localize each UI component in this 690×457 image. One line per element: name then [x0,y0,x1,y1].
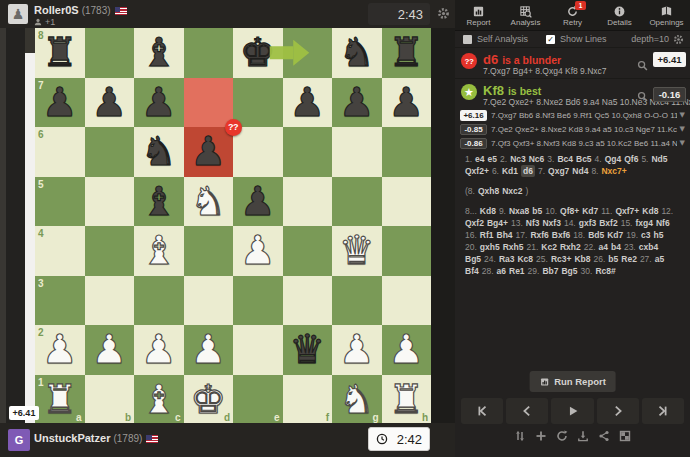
us-flag-icon [115,7,127,15]
piece-white-knight[interactable]: ♞ [184,177,234,227]
engine-line-moves: 7.Qf3 Qxf3+ 8.Nxf3 Kd8 9.c3 a5 10.Kc2 Be… [491,139,677,148]
piece-black-pawn[interactable]: ♟ [332,78,382,128]
blunder-refutation-line: 7.Qxg7 Bg4+ 8.Qxg4 Kf8 9.Nxc7 [483,66,607,76]
move-navigation [461,398,684,424]
move-token: 19. [626,229,638,241]
piece-white-king[interactable]: ♚ [184,375,234,425]
top-player-bar: ♟ Roller0S(1783) +1 2:43 [0,0,455,28]
panel-tab-bar: Report Analysis 1 Retry Details [455,0,690,31]
move-token[interactable]: Rf1 [480,229,494,241]
rank-label: 5 [38,179,44,190]
move-token[interactable]: Nxc2 [502,185,522,197]
square-f7[interactable]: ♟ [283,78,333,128]
best-move: Kf8 [483,83,504,98]
square-a6[interactable]: 6 [35,127,85,177]
square-e3[interactable] [233,276,283,326]
square-a4[interactable]: 4 [35,226,85,276]
square-b8[interactable] [85,28,135,78]
chess-analysis-app: ♟ Roller0S(1783) +1 2:43 [0,0,690,457]
move-token[interactable]: Bg5 [561,265,577,277]
piece-black-rook[interactable]: ♜ [382,28,432,78]
move-token: 30. [581,265,593,277]
piece-black-pawn[interactable]: ♟ [283,78,333,128]
piece-white-bishop[interactable]: ♝ [134,226,184,276]
move-token[interactable]: b5 [608,253,618,265]
square-d7[interactable] [184,78,234,128]
square-a3[interactable]: 3 [35,276,85,326]
bottom-player-name[interactable]: UnstuckPatzer(1789) [34,432,158,444]
skip-to-start-button[interactable] [461,398,503,424]
piece-black-rook[interactable]: ♜ [35,28,85,78]
move-token: 20. [465,241,477,253]
piece-black-bishop[interactable]: ♝ [134,28,184,78]
rank-label: 6 [38,129,44,140]
best-move-review-row[interactable]: ★ Kf8is best 7.Qe2 Qxe2+ 8.Nxe2 Bd6 9.a4… [455,78,690,109]
expand-caret-icon[interactable]: ▼ [680,125,685,133]
player-rating: (1789) [113,433,142,444]
bottom-player-clock: 2:42 [368,427,430,451]
move-token[interactable]: Nc3 [510,153,526,165]
square-e7[interactable] [233,78,283,128]
move-token: 22. [584,241,596,253]
square-b1[interactable]: b [85,375,135,425]
move-token[interactable]: a5 [655,253,664,265]
square-b3[interactable] [85,276,135,326]
move-token: 4. [595,153,602,165]
square-f5[interactable] [283,177,333,227]
square-f8[interactable] [283,28,333,78]
move-token: 1. [465,153,472,165]
analysis-options-row: Self Analysis ✓ Show Lines depth=10 [455,31,690,47]
square-f2[interactable]: ♛ [283,325,333,375]
move-token: 9. [499,205,506,217]
continuation-moves: 8...Kd89.Nxa8b510.Qf8+Kd711.Qxf7+Kd812.Q… [465,205,680,277]
file-label: f [326,412,329,423]
move-token[interactable]: Bxf6 [552,229,570,241]
move-token[interactable]: Bc5 [576,153,592,165]
square-h6[interactable] [382,127,432,177]
engine-line-row[interactable]: -0.86 7.Qf3 Qxf3+ 8.Nxf3 Kd8 9.c3 a5 10.… [455,136,690,150]
move-token[interactable]: b5 [532,205,542,217]
self-analysis-toggle[interactable]: Self Analysis [463,34,528,44]
board-panel-gap [431,28,455,423]
move-token[interactable]: Rxh5 [503,241,524,253]
file-label: b [125,412,131,423]
square-c5[interactable]: ♝ [134,177,184,227]
move-token[interactable]: Nxa8 [509,205,529,217]
square-d8[interactable] [184,28,234,78]
engine-lines: +6.16 7.Qxg7 Bb6 8.Nf3 Be6 9.Rf1 Qc5 10.… [455,108,690,150]
move-token[interactable]: Qxf2+ [465,165,489,177]
move-token[interactable]: cxb4 [639,241,658,253]
expand-caret-icon[interactable]: ▼ [680,111,685,119]
square-e5[interactable]: ♟ [233,177,283,227]
tab-details[interactable]: Details [596,0,643,30]
move-token: 15. [621,217,633,229]
piece-white-pawn[interactable]: ♟ [382,325,432,375]
move-token: 13. [511,217,523,229]
move-token: 24. [484,253,496,265]
square-d1[interactable]: d♚ [184,375,234,425]
move-token: 7. [538,165,545,177]
square-e8[interactable]: ♚ [233,28,283,78]
player-username[interactable]: UnstuckPatzer [34,432,110,444]
square-a2[interactable]: 2♟ [35,325,85,375]
move-token[interactable]: Qf8+ [560,205,579,217]
variation-moves: (8.Qxh8Nxc2) [465,185,680,197]
engine-line-row[interactable]: -0.85 7.Qe2 Qxe2+ 8.Nxe2 Kd8 9.a4 a5 10.… [455,122,690,136]
top-player-clock: 2:43 [368,3,430,25]
piece-black-pawn[interactable]: ♟ [35,78,85,128]
move-token: 14. [564,217,576,229]
square-h7[interactable]: ♟ [382,78,432,128]
move-token[interactable]: Kd7 [582,205,598,217]
piece-black-pawn[interactable]: ♟ [382,78,432,128]
move-token[interactable]: Qxh8 [478,185,499,197]
engine-eval-badge: -0.86 [460,138,487,149]
bottom-player-bar: G UnstuckPatzer(1789) 2:42 [0,423,455,457]
move-token[interactable]: Rxh2 [560,241,581,253]
square-g8[interactable]: ♞ [332,28,382,78]
piece-white-queen[interactable]: ♛ [332,226,382,276]
square-h3[interactable] [382,276,432,326]
move-token[interactable]: a6 [497,265,506,277]
move-token[interactable]: Re1 [509,265,525,277]
report-icon [472,4,485,17]
move-token: (8. [465,185,475,197]
move-token[interactable]: gxf3 [579,217,596,229]
checkbox-checked[interactable]: ✓ [546,35,555,44]
tab-label: Analysis [511,18,541,27]
board-tools [455,430,690,442]
add-plus-icon[interactable] [535,430,547,442]
engine-settings-gear-icon[interactable] [673,34,684,45]
piece-white-bishop[interactable]: ♝ [134,375,184,425]
blunder-annotation-badge: ?? [225,119,242,136]
square-d6[interactable]: ♟ [184,127,234,177]
move-token[interactable]: Ra3 [499,253,515,265]
square-c8[interactable]: ♝ [134,28,184,78]
move-token[interactable]: Bg4+ [487,217,508,229]
square-g3[interactable] [332,276,382,326]
bottom-player-avatar[interactable]: G [8,429,30,451]
move-token[interactable]: d6 [521,165,535,177]
move-token: ) [526,185,529,197]
move-token: 21. [526,241,538,253]
move-token[interactable]: Kc8 [517,253,533,265]
move-token: 26. [594,253,606,265]
move-token[interactable]: Nc6 [529,153,545,165]
square-f4[interactable] [283,226,333,276]
rating-delta-value: +1 [45,17,55,27]
square-h1[interactable]: h♜ [382,375,432,425]
piece-black-pawn[interactable]: ♟ [184,127,234,177]
move-token[interactable]: Qxf7+ [615,205,639,217]
top-player-avatar[interactable]: ♟ [8,4,28,24]
move-token[interactable]: Bb7 [542,265,558,277]
previous-move-button[interactable] [506,398,548,424]
piece-white-knight[interactable]: ♞ [332,375,382,425]
square-d4[interactable] [184,226,234,276]
reload-icon[interactable] [556,430,568,442]
piece-white-rook[interactable]: ♜ [35,375,85,425]
move-token: 17. [516,229,528,241]
square-a5[interactable]: 5 [35,177,85,227]
piece-black-pawn[interactable]: ♟ [85,78,135,128]
file-label: e [274,412,280,423]
tab-label: Openings [649,18,683,27]
square-d3[interactable] [184,276,234,326]
square-a7[interactable]: 7♟ [35,78,85,128]
move-token[interactable]: Kd7 [607,229,623,241]
tab-retry[interactable]: 1 Retry [549,0,596,30]
move-token[interactable]: Nxc7+ [601,165,626,177]
move-token: 3. [547,153,554,165]
square-g7[interactable]: ♟ [332,78,382,128]
flip-board-icon[interactable] [514,430,526,442]
info-icon [613,4,626,17]
rank-label: 4 [38,228,44,239]
piece-white-pawn[interactable]: ♟ [332,325,382,375]
piece-black-knight[interactable]: ♞ [332,28,382,78]
eval-badge: -0.16 [653,87,686,102]
square-b6[interactable] [85,127,135,177]
move-token: 8. [591,165,598,177]
clock-time: 2:42 [397,432,422,447]
square-f1[interactable]: f [283,375,333,425]
magnifier-icon[interactable] [637,88,648,106]
evaluation-value: +6.41 [9,406,39,420]
square-e4[interactable]: ♟ [233,226,283,276]
option-label: Show Lines [560,34,607,44]
next-move-button[interactable] [597,398,639,424]
analysis-panel: Report Analysis 1 Retry Details [455,0,690,457]
square-e6[interactable] [233,127,283,177]
piece-black-bishop[interactable]: ♝ [134,177,184,227]
move-token[interactable]: gxh5 [480,241,500,253]
move-token[interactable]: Kb8 [574,253,590,265]
player-rating: (1783) [82,5,111,16]
board-image-icon[interactable] [619,430,631,442]
move-token[interactable]: Qxg7 [548,165,569,177]
square-d5[interactable]: ♞ [184,177,234,227]
square-g1[interactable]: g♞ [332,375,382,425]
square-c3[interactable] [134,276,184,326]
move-token: 11. [601,205,612,217]
best-move-verdict: is best [508,85,541,97]
tab-label: Retry [563,18,582,27]
move-token[interactable]: Bh4 [497,229,513,241]
move-token[interactable]: fxg4 [635,217,652,229]
piece-white-rook[interactable]: ♜ [382,375,432,425]
show-lines-toggle[interactable]: ✓ Show Lines [546,34,607,44]
engine-eval-badge: +6.16 [460,110,487,121]
expand-caret-icon[interactable]: ▼ [680,139,685,147]
square-g2[interactable]: ♟ [332,325,382,375]
square-f3[interactable] [283,276,333,326]
move-token: 2. [500,153,507,165]
move-token[interactable]: e4 [475,153,484,165]
move-token[interactable]: Qg4 [605,153,622,165]
piece-black-knight[interactable]: ♞ [134,127,184,177]
move-token: 12. [661,205,673,217]
square-g5[interactable] [332,177,382,227]
tab-report[interactable]: Report [455,0,502,30]
move-token[interactable]: Kd8 [642,205,658,217]
square-b4[interactable] [85,226,135,276]
square-h8[interactable]: ♜ [382,28,432,78]
square-b2[interactable]: ♟ [85,325,135,375]
player-username[interactable]: Roller0S [34,4,79,16]
square-c6[interactable]: ♞ [134,127,184,177]
blunder-icon: ?? [461,53,477,69]
engine-line-row[interactable]: +6.16 7.Qxg7 Bb6 8.Nf3 Be6 9.Rf1 Qc5 10.… [455,108,690,122]
move-token[interactable]: Qxf2 [465,217,484,229]
move-token: 18. [573,229,585,241]
blunder-review-row[interactable]: ?? d6is a blunder 7.Qxg7 Bg4+ 8.Qxg4 Kf8… [455,47,690,78]
move-token[interactable]: Kd8 [480,205,496,217]
piece-black-king[interactable]: ♚ [233,28,283,78]
piece-white-pawn[interactable]: ♟ [134,325,184,375]
piece-white-pawn[interactable]: ♟ [184,325,234,375]
blunder-verdict: is a blunder [502,54,561,66]
tab-label: Details [607,18,631,27]
move-token[interactable]: b4 [611,241,621,253]
move-token[interactable]: Nd5 [651,153,667,165]
tab-openings[interactable]: Openings [643,0,690,30]
move-token[interactable]: Re2 [621,253,637,265]
pawn-avatar-icon: ♟ [12,6,25,22]
window-edge [0,28,6,423]
piece-white-pawn[interactable]: ♟ [35,325,85,375]
magnifier-icon[interactable] [637,57,648,75]
piece-black-pawn[interactable]: ♟ [233,177,283,227]
move-token[interactable]: Bc4 [557,153,573,165]
move-token[interactable]: Nf3 [526,217,540,229]
move-token: 8... [465,205,477,217]
clock-icon [376,433,388,445]
engine-eval-badge: -0.85 [460,124,487,135]
square-b7[interactable]: ♟ [85,78,135,128]
move-token[interactable]: Rxf6 [530,229,548,241]
play-button[interactable] [551,398,593,424]
eval-badge: +6.41 [653,52,686,67]
retry-icon: 1 [566,4,579,17]
move-token[interactable]: h5 [654,229,664,241]
square-g4[interactable]: ♛ [332,226,382,276]
square-e2[interactable] [233,325,283,375]
move-token: 28. [482,265,494,277]
rank-label: 3 [38,278,44,289]
square-e1[interactable]: e [233,375,283,425]
move-token: 25. [536,253,548,265]
move-token[interactable]: c3 [641,229,650,241]
board-section: ♟ Roller0S(1783) +1 2:43 [0,0,455,457]
move-token[interactable]: Nxf3 [542,217,560,229]
analysis-icon [519,4,532,17]
share-icon[interactable] [598,430,610,442]
move-token[interactable]: Kc2 [541,241,557,253]
retry-count-badge: 1 [575,1,586,10]
square-f6[interactable] [283,127,333,177]
evaluation-bar-black [25,28,35,53]
move-token[interactable]: Rc3+ [551,253,572,265]
us-flag-icon [146,435,158,443]
tab-analysis[interactable]: Analysis [502,0,549,30]
tab-label: Report [466,18,490,27]
avatar-letter: G [15,434,24,446]
run-report-button[interactable]: Run Report [529,371,616,392]
move-token: 23. [624,241,636,253]
square-h4[interactable] [382,226,432,276]
move-token[interactable]: Bxf2 [599,217,617,229]
top-player-name[interactable]: Roller0S(1783) [34,4,127,16]
main-line-moves: 1.e4e52.Nc3Nc63.Bc4Bc54.Qg4Qf65.Nd5Qxf2+… [465,153,680,177]
move-token: 10. [545,205,557,217]
chess-board[interactable]: 8♜♝♚♞♜7♟♟♟♟♟♟6♞♟5♝♞♟4♝♟♛32♟♟♟♟♛♟♟1a♜bc♝d… [35,28,431,424]
move-token: 5. [641,153,648,165]
square-c2[interactable]: ♟ [134,325,184,375]
move-token[interactable]: Qf6 [624,153,638,165]
move-token[interactable]: Nf6 [656,217,670,229]
blunder-move: d6 [483,52,498,67]
board-settings-gear-icon[interactable] [437,6,450,24]
square-h5[interactable] [382,177,432,227]
piece-white-pawn[interactable]: ♟ [85,325,135,375]
move-token: 6. [492,165,499,177]
square-c1[interactable]: c♝ [134,375,184,425]
square-g6[interactable] [332,127,382,177]
move-token[interactable]: Bd5 [588,229,604,241]
download-icon[interactable] [577,430,589,442]
move-token[interactable]: Bg5 [465,253,481,265]
evaluation-bar [25,28,35,423]
engine-depth-label: depth=10 [631,34,669,44]
square-a8[interactable]: 8♜ [35,28,85,78]
run-report-label: Run Report [554,376,606,387]
engine-line-moves: 7.Qe2 Qxe2+ 8.Nxe2 Kd8 9.a4 a5 10.c3 Nge… [491,125,677,134]
move-token[interactable]: Kd1 [502,165,518,177]
move-token[interactable]: a4 [599,241,608,253]
move-token[interactable]: e5 [488,153,497,165]
best-move-star-icon: ★ [461,84,477,100]
move-token[interactable]: Bf4 [465,265,479,277]
engine-line-moves: 7.Qxg7 Bb6 8.Nf3 Be6 9.Rf1 Qc5 10.Qxh8 O… [491,111,677,120]
book-icon [660,4,673,17]
square-h2[interactable]: ♟ [382,325,432,375]
move-token: 16. [465,229,477,241]
skip-to-end-button[interactable] [642,398,684,424]
square-c4[interactable]: ♝ [134,226,184,276]
option-label: Self Analysis [477,34,528,44]
square-d2[interactable]: ♟ [184,325,234,375]
square-c7[interactable]: ♟ [134,78,184,128]
clock-time: 2:43 [398,7,430,22]
square-b5[interactable] [85,177,135,227]
report-icon [539,377,549,387]
move-list: 1.e4e52.Nc3Nc63.Bc4Bc54.Qg4Qf65.Nd5Qxf2+… [455,150,690,288]
piece-black-queen[interactable]: ♛ [283,325,333,375]
move-token[interactable]: Nd4 [572,165,588,177]
checkbox-unchecked[interactable] [463,35,472,44]
person-icon [34,18,42,26]
rating-delta: +1 [34,17,55,27]
square-a1[interactable]: 1a♜ [35,375,85,425]
move-token: 29. [528,265,540,277]
piece-white-pawn[interactable]: ♟ [233,226,283,276]
piece-black-pawn[interactable]: ♟ [134,78,184,128]
move-token[interactable]: Rc8# [595,265,615,277]
